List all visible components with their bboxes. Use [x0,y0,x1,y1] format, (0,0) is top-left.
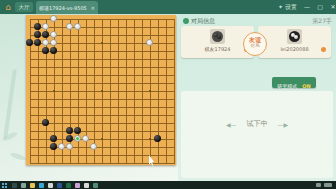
image-icon[interactable] [75,183,80,188]
match-type-line2: 对局 [244,43,266,49]
start-button[interactable] [2,183,7,188]
grid-line-v [126,19,127,164]
black-stone [50,135,57,142]
sheet-icon[interactable] [66,183,71,188]
info-panel: 对局信息 第27手 棋友17924 lei2020088 友谊 对 [178,14,336,181]
player-card-white[interactable]: lei2020088 [258,26,331,58]
tab-title: 棋谱17924-vs-9505 [39,5,89,11]
trial-prev-arrow[interactable]: ◀— [226,121,237,128]
grid-line-v [142,19,143,164]
star-point [101,90,103,92]
last-move-marker [76,137,79,140]
grid-line-h [30,131,175,132]
tab-close-icon[interactable]: ✕ [91,5,95,11]
trial-next-arrow[interactable]: —▶ [278,121,289,128]
title-bar: ⌂ 大厅 棋谱17924-vs-9505 ✕ ✦ 设置 — ▢ ✕ [0,0,336,14]
doc-icon[interactable] [57,183,62,188]
panel-title: 对局信息 [191,17,215,26]
trial-status-text: 试下中 [247,119,268,129]
settings-icon: ✦ [278,3,283,10]
grid-line-h [30,99,175,100]
review-area: ◀— 试下中 —▶ [181,91,333,178]
white-stone [66,23,73,30]
black-stone [66,135,73,142]
research-mode-state: ON [302,83,310,89]
board-area: « ◀ ▶ » 试下 退出试下 [0,14,178,181]
game-icon[interactable] [93,183,98,188]
black-stone [50,143,57,150]
white-stone [66,143,73,150]
white-player-rank-badge [321,47,326,52]
mail-icon[interactable] [48,183,53,188]
grid-line-h [30,107,175,108]
search-icon[interactable] [12,183,17,188]
grid-line-v [174,19,175,164]
grid-line-h [30,163,175,164]
minimize-button[interactable]: — [301,0,313,14]
folder-icon[interactable] [30,183,35,188]
black-stone [34,23,41,30]
grid-line-v [110,19,111,164]
black-stone [50,47,57,54]
grid-line-h [30,155,175,156]
white-stone [50,39,57,46]
grid-line-v [134,19,135,164]
star-point [149,90,151,92]
research-mode-toggle[interactable]: 研究模式 ON [272,77,316,88]
close-button[interactable]: ✕ [327,0,336,14]
clock-area[interactable] [324,183,332,187]
bamboo-decoration [3,69,17,139]
white-stone [74,23,81,30]
maximize-button[interactable]: ▢ [314,0,326,14]
grid-line-h [30,123,175,124]
go-board[interactable] [26,15,176,165]
white-stone [50,31,57,38]
home-icon[interactable]: ⌂ [3,2,13,12]
star-point [101,138,103,140]
white-player-avatar [287,29,302,44]
system-tray[interactable] [316,183,321,187]
white-stone [42,23,49,30]
app-window: ⌂ 大厅 棋谱17924-vs-9505 ✕ ✦ 设置 — ▢ ✕ « ◀ ▶ … [0,0,336,189]
black-stone [42,31,49,38]
white-stone [58,143,65,150]
research-mode-label: 研究模式 [277,83,297,89]
black-stone [42,47,49,54]
white-stone [42,39,49,46]
grid-line-h [30,115,175,116]
settings-button[interactable]: ✦ 设置 [278,3,297,11]
windows-taskbar [0,181,336,189]
black-stone [154,135,161,142]
white-stone [82,135,89,142]
app-icon[interactable] [84,183,89,188]
black-stone [26,39,33,46]
match-type-badge: 友谊 对局 [243,32,267,56]
black-stone [74,127,81,134]
move-counter: 第27手 [290,17,332,26]
black-stone [66,127,73,134]
settings-label: 设置 [285,3,297,10]
leaf-decoration [10,151,27,161]
black-stone [42,119,49,126]
lobby-button[interactable]: 大厅 [15,2,33,12]
taskview-icon[interactable] [21,183,26,188]
grid-line-v [166,19,167,164]
white-stone [90,143,97,150]
black-player-avatar [210,29,225,44]
status-dot-icon [183,18,189,24]
grid-line-v [118,19,119,164]
white-stone [146,39,153,46]
star-point [101,42,103,44]
star-point [149,138,151,140]
white-stone [50,15,57,22]
black-stone [34,39,41,46]
browser-icon[interactable] [39,183,44,188]
black-stone [34,31,41,38]
star-point [53,90,55,92]
match-type-line1: 友谊 [244,36,266,43]
game-tab[interactable]: 棋谱17924-vs-9505 ✕ [36,1,98,14]
